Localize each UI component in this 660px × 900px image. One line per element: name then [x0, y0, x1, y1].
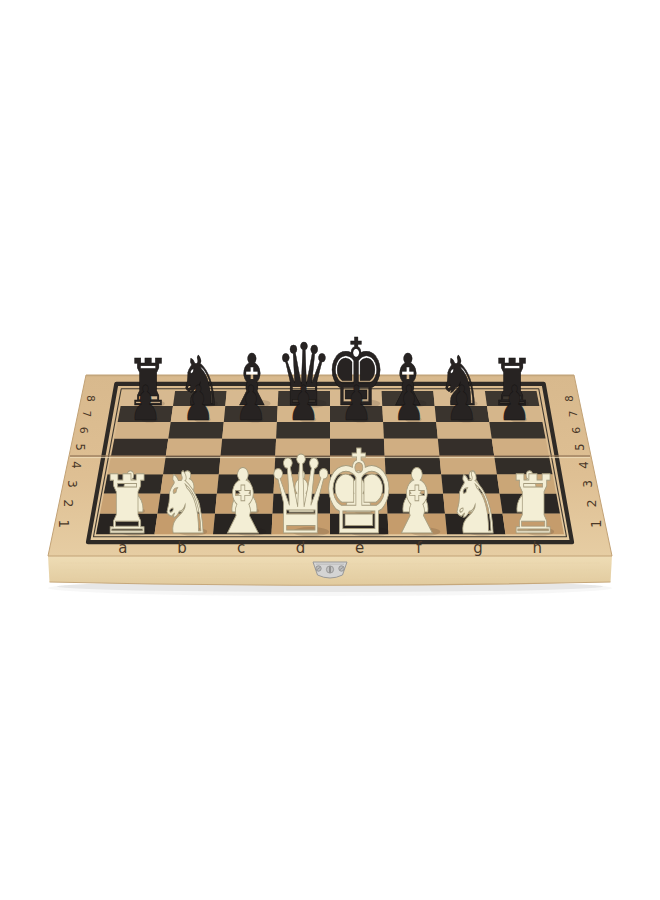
piece-black-pawn: ♟ [130, 376, 162, 432]
rank-label-right-1: 1 [589, 520, 604, 528]
rank-label-right-2: 2 [584, 499, 599, 507]
piece-white-knight: ♞ [157, 453, 214, 553]
chess-board: abcdefgh1122334455667788♜♞♝♛♚♝♞♜♟♟♟♟♟♟♟♟… [0, 0, 660, 900]
rank-label-left-3: 3 [65, 480, 79, 488]
piece-black-pawn: ♟ [288, 376, 320, 432]
rank-label-left-7: 7 [81, 411, 93, 418]
rank-label-left-8: 8 [85, 395, 96, 401]
rank-label-left-1: 1 [56, 520, 71, 528]
piece-black-pawn: ♟ [393, 376, 425, 432]
piece-black-pawn: ♟ [340, 376, 372, 432]
piece-white-bishop: ♝ [213, 450, 272, 555]
piece-white-king: ♚ [320, 425, 397, 560]
rank-label-left-6: 6 [77, 427, 90, 434]
rank-label-right-3: 3 [581, 480, 595, 488]
rank-label-left-2: 2 [61, 499, 76, 507]
rank-label-left-5: 5 [73, 444, 87, 451]
piece-black-pawn: ♟ [446, 376, 478, 432]
piece-white-knight: ♞ [447, 453, 504, 553]
metal-clasp [313, 562, 347, 578]
piece-white-rook: ♜ [506, 458, 560, 552]
piece-white-bishop: ♝ [387, 450, 446, 555]
piece-black-pawn: ♟ [182, 376, 214, 432]
rank-label-right-8: 8 [564, 395, 575, 401]
rank-label-left-4: 4 [69, 461, 83, 469]
piece-black-pawn: ♟ [499, 376, 531, 432]
rank-label-right-6: 6 [570, 427, 583, 434]
rank-label-right-4: 4 [577, 461, 591, 469]
product-photo: abcdefgh1122334455667788♜♞♝♛♚♝♞♜♟♟♟♟♟♟♟♟… [0, 0, 660, 900]
piece-black-pawn: ♟ [235, 376, 267, 432]
rank-label-right-7: 7 [567, 411, 579, 418]
rank-label-right-5: 5 [573, 444, 587, 451]
piece-white-rook: ♜ [100, 458, 154, 552]
